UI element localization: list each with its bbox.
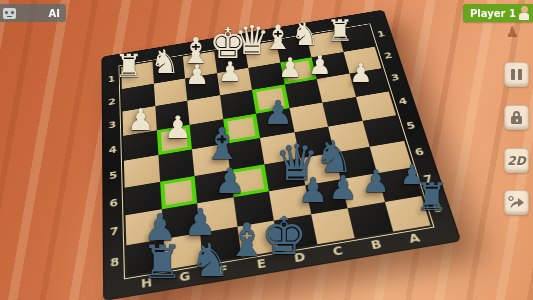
piece-white-P-h3[interactable]: ♟ <box>128 105 155 135</box>
piece-white-P-g4[interactable]: ♟ <box>164 112 192 143</box>
redo-arrow-icon <box>508 195 525 210</box>
redo-share-button[interactable] <box>504 190 529 215</box>
captured-piece-indicator: ♟ <box>506 23 519 41</box>
player-avatar-icon <box>518 6 530 20</box>
piece-white-P-f2[interactable]: ♟ <box>185 61 209 88</box>
robot-icon <box>3 8 16 19</box>
game-screen: 12345678 12345678 HGFEDCBA ♜♞♝♛♚♝♞♟♟♜♟♟♟… <box>0 0 533 300</box>
lock-icon <box>511 111 522 124</box>
piece-black-P-c7[interactable]: ♟ <box>328 171 358 204</box>
piece-black-R-a8[interactable]: ♜ <box>415 178 449 216</box>
2d-view-button[interactable]: 2D <box>504 148 529 173</box>
piece-white-N-b1[interactable]: ♞ <box>291 18 320 50</box>
piece-white-R-a1[interactable]: ♜ <box>327 16 354 46</box>
piece-white-P-b2[interactable]: ♟ <box>308 52 331 78</box>
rank-label-8: 8 <box>103 245 127 280</box>
piece-white-P-c2[interactable]: ♟ <box>278 54 302 81</box>
rank-label-7: 7 <box>103 215 127 248</box>
rank-label-5: 5 <box>102 161 124 191</box>
player1-label: Player 1 <box>470 8 516 19</box>
piece-black-B-f8[interactable]: ♝ <box>226 217 267 263</box>
piece-white-R-h1[interactable]: ♜ <box>115 50 144 82</box>
lock-button[interactable] <box>504 105 529 130</box>
ai-player-bar: AI <box>0 4 66 22</box>
piece-black-N-g8[interactable]: ♞ <box>189 237 230 283</box>
pause-button[interactable] <box>504 62 529 87</box>
piece-black-P-d7[interactable]: ♟ <box>298 173 328 207</box>
rank-label-6: 6 <box>102 187 125 219</box>
piece-white-P-a3[interactable]: ♟ <box>349 60 372 86</box>
piece-black-P-b7[interactable]: ♟ <box>362 166 390 197</box>
2d-view-label: 2D <box>507 154 525 168</box>
piece-black-P-d4[interactable]: ♟ <box>263 96 293 129</box>
rank-label-4: 4 <box>102 136 124 165</box>
piece-black-K-e8[interactable]: ♚ <box>261 210 308 262</box>
piece-white-N-g1[interactable]: ♞ <box>150 45 180 78</box>
piece-black-R-h8[interactable]: ♜ <box>141 239 182 285</box>
piece-white-P-e2[interactable]: ♟ <box>218 58 242 85</box>
ai-label: AI <box>49 8 60 19</box>
piece-black-P-f6[interactable]: ♟ <box>214 164 245 199</box>
player1-bar: Player 1 <box>463 4 533 22</box>
pause-icon <box>511 69 522 80</box>
